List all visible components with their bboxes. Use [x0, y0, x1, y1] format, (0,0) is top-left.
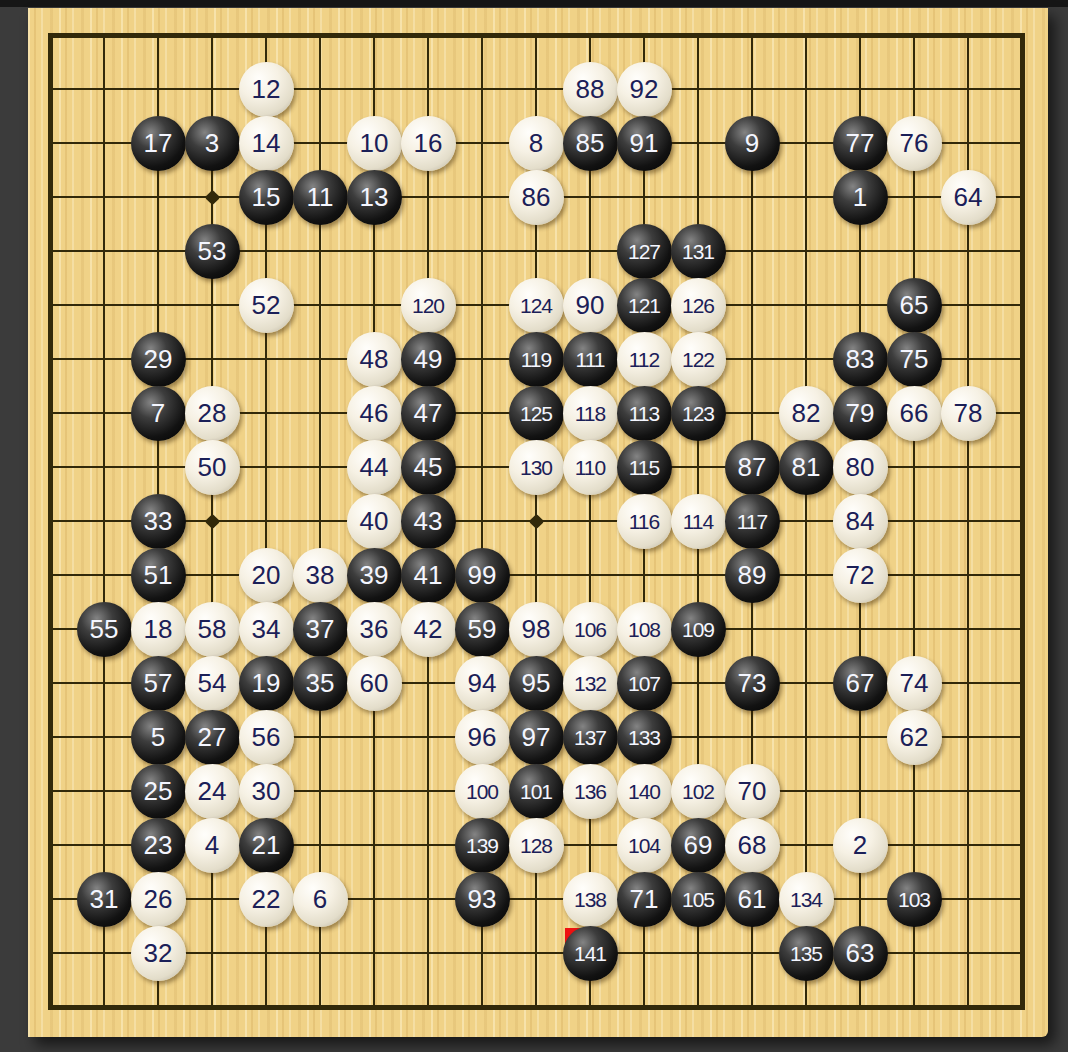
- move-number: 11: [307, 184, 334, 210]
- stone-p11[interactable]: 81: [779, 440, 834, 495]
- move-number: 65: [900, 292, 929, 318]
- move-number: 56: [252, 724, 281, 750]
- move-number: 16: [414, 130, 443, 156]
- stone-n14[interactable]: 126: [671, 278, 726, 333]
- stone-p2[interactable]: 135: [779, 926, 834, 981]
- move-number: 88: [576, 76, 605, 102]
- move-number: 8: [529, 130, 543, 156]
- move-number: 68: [738, 832, 767, 858]
- move-number: 108: [628, 619, 660, 640]
- stone-j5[interactable]: 100: [455, 764, 510, 819]
- move-number: 94: [468, 670, 497, 696]
- stone-q13[interactable]: 83: [833, 332, 888, 387]
- move-number: 57: [144, 670, 173, 696]
- move-number: 114: [683, 511, 713, 532]
- stone-d5[interactable]: 24: [185, 764, 240, 819]
- move-number: 41: [414, 562, 443, 588]
- move-number: 67: [846, 670, 875, 696]
- move-number: 95: [522, 670, 551, 696]
- move-number: 31: [90, 886, 119, 912]
- stone-m4[interactable]: 104: [617, 818, 672, 873]
- move-number: 52: [252, 292, 281, 318]
- move-number: 79: [846, 400, 875, 426]
- stone-g17[interactable]: 10: [347, 116, 402, 171]
- stone-f8[interactable]: 37: [293, 602, 348, 657]
- stone-h14[interactable]: 120: [401, 278, 456, 333]
- move-number: 34: [252, 616, 281, 642]
- stone-f3[interactable]: 6: [293, 872, 348, 927]
- move-number: 87: [738, 454, 767, 480]
- stone-l7[interactable]: 132: [563, 656, 618, 711]
- move-number: 30: [252, 778, 281, 804]
- stone-g16[interactable]: 13: [347, 170, 402, 225]
- move-number: 135: [790, 943, 822, 964]
- move-number: 12: [252, 76, 281, 102]
- move-number: 77: [846, 130, 875, 156]
- move-number: 6: [313, 886, 327, 912]
- move-number: 141: [574, 943, 606, 964]
- move-number: 78: [954, 400, 983, 426]
- stone-r13[interactable]: 75: [887, 332, 942, 387]
- stone-e14[interactable]: 52: [239, 278, 294, 333]
- stone-g9[interactable]: 39: [347, 548, 402, 603]
- stone-l12[interactable]: 118: [563, 386, 618, 441]
- move-number: 19: [252, 670, 281, 696]
- stone-n12[interactable]: 123: [671, 386, 726, 441]
- stone-c7[interactable]: 57: [131, 656, 186, 711]
- stone-j8[interactable]: 59: [455, 602, 510, 657]
- stone-m17[interactable]: 91: [617, 116, 672, 171]
- stone-e17[interactable]: 14: [239, 116, 294, 171]
- move-number: 24: [198, 778, 227, 804]
- stone-l3[interactable]: 138: [563, 872, 618, 927]
- move-number: 29: [144, 346, 173, 372]
- move-number: 63: [846, 940, 875, 966]
- move-number: 136: [574, 781, 606, 802]
- stone-f7[interactable]: 35: [293, 656, 348, 711]
- move-number: 99: [468, 562, 497, 588]
- stone-l5[interactable]: 136: [563, 764, 618, 819]
- move-number: 76: [900, 130, 929, 156]
- move-number: 96: [468, 724, 497, 750]
- stone-g7[interactable]: 60: [347, 656, 402, 711]
- stone-d12[interactable]: 28: [185, 386, 240, 441]
- stone-e7[interactable]: 19: [239, 656, 294, 711]
- move-number: 71: [630, 886, 659, 912]
- move-number: 47: [414, 400, 443, 426]
- move-number: 32: [144, 940, 173, 966]
- move-number: 126: [682, 295, 714, 316]
- move-number: 42: [414, 616, 443, 642]
- goban[interactable]: 1288921731410168859197776151113861645312…: [28, 8, 1048, 1037]
- stone-h13[interactable]: 49: [401, 332, 456, 387]
- stone-k7[interactable]: 95: [509, 656, 564, 711]
- move-number: 107: [628, 673, 660, 694]
- move-number: 64: [954, 184, 983, 210]
- move-number: 17: [144, 130, 173, 156]
- move-number: 58: [198, 616, 227, 642]
- move-number: 59: [468, 616, 497, 642]
- move-number: 37: [306, 616, 335, 642]
- move-number: 49: [414, 346, 443, 372]
- move-number: 15: [252, 184, 281, 210]
- move-number: 118: [575, 403, 605, 424]
- move-number: 1: [853, 184, 867, 210]
- move-number: 10: [360, 130, 389, 156]
- move-number: 2: [853, 832, 867, 858]
- stone-m8[interactable]: 108: [617, 602, 672, 657]
- move-number: 35: [306, 670, 335, 696]
- stone-d8[interactable]: 58: [185, 602, 240, 657]
- move-number: 104: [628, 835, 660, 856]
- move-number: 48: [360, 346, 389, 372]
- move-number: 43: [414, 508, 443, 534]
- move-number: 116: [629, 511, 659, 532]
- move-number: 23: [144, 832, 173, 858]
- move-number: 20: [252, 562, 281, 588]
- stone-g12[interactable]: 46: [347, 386, 402, 441]
- stone-k6[interactable]: 97: [509, 710, 564, 765]
- stone-m7[interactable]: 107: [617, 656, 672, 711]
- stone-e18[interactable]: 12: [239, 62, 294, 117]
- stone-n13[interactable]: 122: [671, 332, 726, 387]
- stone-k12[interactable]: 125: [509, 386, 564, 441]
- stone-k5[interactable]: 101: [509, 764, 564, 819]
- stone-d6[interactable]: 27: [185, 710, 240, 765]
- move-number: 72: [846, 562, 875, 588]
- stone-e8[interactable]: 34: [239, 602, 294, 657]
- stone-k14[interactable]: 124: [509, 278, 564, 333]
- move-number: 80: [846, 454, 875, 480]
- stone-n8[interactable]: 109: [671, 602, 726, 657]
- move-number: 102: [682, 781, 714, 802]
- stone-k17[interactable]: 8: [509, 116, 564, 171]
- move-number: 28: [198, 400, 227, 426]
- stone-o11[interactable]: 87: [725, 440, 780, 495]
- move-number: 62: [900, 724, 929, 750]
- move-number: 89: [738, 562, 767, 588]
- move-number: 91: [630, 130, 659, 156]
- stone-c13[interactable]: 29: [131, 332, 186, 387]
- stone-l13[interactable]: 111: [563, 332, 618, 387]
- move-number: 133: [628, 727, 660, 748]
- stone-c5[interactable]: 25: [131, 764, 186, 819]
- move-number: 92: [630, 76, 659, 102]
- move-number: 90: [576, 292, 605, 318]
- stone-d11[interactable]: 50: [185, 440, 240, 495]
- stone-j3[interactable]: 93: [455, 872, 510, 927]
- move-number: 36: [360, 616, 389, 642]
- stone-k4[interactable]: 128: [509, 818, 564, 873]
- stone-s12[interactable]: 78: [941, 386, 996, 441]
- move-number: 21: [252, 832, 281, 858]
- stone-j6[interactable]: 96: [455, 710, 510, 765]
- move-number: 39: [360, 562, 389, 588]
- move-number: 125: [520, 403, 552, 424]
- move-number: 45: [414, 454, 443, 480]
- stone-r7[interactable]: 74: [887, 656, 942, 711]
- move-number: 139: [466, 835, 498, 856]
- stone-q10[interactable]: 84: [833, 494, 888, 549]
- stone-d17[interactable]: 3: [185, 116, 240, 171]
- move-number: 121: [628, 295, 660, 316]
- move-number: 33: [144, 508, 173, 534]
- stone-n5[interactable]: 102: [671, 764, 726, 819]
- move-number: 138: [574, 889, 606, 910]
- move-number: 130: [520, 457, 552, 478]
- move-number: 86: [522, 184, 551, 210]
- move-number: 51: [144, 562, 173, 588]
- move-number: 93: [468, 886, 497, 912]
- stone-h17[interactable]: 16: [401, 116, 456, 171]
- move-number: 46: [360, 400, 389, 426]
- stone-g8[interactable]: 36: [347, 602, 402, 657]
- move-number: 22: [252, 886, 281, 912]
- stone-l2[interactable]: 141: [563, 926, 618, 981]
- move-number: 70: [738, 778, 767, 804]
- move-number: 81: [792, 454, 821, 480]
- move-number: 73: [738, 670, 767, 696]
- move-number: 137: [574, 727, 606, 748]
- stone-h10[interactable]: 43: [401, 494, 456, 549]
- move-number: 101: [520, 781, 552, 802]
- stone-m3[interactable]: 71: [617, 872, 672, 927]
- move-number: 82: [792, 400, 821, 426]
- stone-m5[interactable]: 140: [617, 764, 672, 819]
- move-number: 120: [412, 295, 444, 316]
- stone-o7[interactable]: 73: [725, 656, 780, 711]
- stone-e9[interactable]: 20: [239, 548, 294, 603]
- stone-k8[interactable]: 98: [509, 602, 564, 657]
- move-number: 113: [629, 403, 659, 424]
- move-number: 124: [520, 295, 552, 316]
- stone-f16[interactable]: 11: [293, 170, 348, 225]
- move-number: 112: [629, 349, 659, 370]
- move-number: 131: [682, 241, 714, 262]
- stone-r3[interactable]: 103: [887, 872, 942, 927]
- stone-f9[interactable]: 38: [293, 548, 348, 603]
- stone-p3[interactable]: 134: [779, 872, 834, 927]
- move-number: 50: [198, 454, 227, 480]
- move-number: 38: [306, 562, 335, 588]
- stone-h11[interactable]: 45: [401, 440, 456, 495]
- move-number: 54: [198, 670, 227, 696]
- stone-r14[interactable]: 65: [887, 278, 942, 333]
- stone-h9[interactable]: 41: [401, 548, 456, 603]
- move-number: 117: [737, 511, 767, 532]
- move-number: 97: [522, 724, 551, 750]
- move-number: 55: [90, 616, 119, 642]
- stone-l17[interactable]: 85: [563, 116, 618, 171]
- stone-l11[interactable]: 110: [563, 440, 618, 495]
- move-number: 44: [360, 454, 389, 480]
- stone-k11[interactable]: 130: [509, 440, 564, 495]
- stone-g10[interactable]: 40: [347, 494, 402, 549]
- move-number: 25: [144, 778, 173, 804]
- stone-g13[interactable]: 48: [347, 332, 402, 387]
- move-number: 119: [521, 349, 551, 370]
- move-number: 27: [198, 724, 227, 750]
- stone-e6[interactable]: 56: [239, 710, 294, 765]
- move-number: 74: [900, 670, 929, 696]
- move-number: 4: [205, 832, 219, 858]
- stone-e3[interactable]: 22: [239, 872, 294, 927]
- stone-r12[interactable]: 66: [887, 386, 942, 441]
- move-number: 13: [360, 184, 389, 210]
- stone-j4[interactable]: 139: [455, 818, 510, 873]
- move-number: 110: [575, 457, 605, 478]
- move-number: 128: [520, 835, 552, 856]
- move-number: 111: [576, 349, 605, 370]
- stone-c3[interactable]: 26: [131, 872, 186, 927]
- move-number: 127: [628, 241, 660, 262]
- move-number: 40: [360, 508, 389, 534]
- move-number: 7: [151, 400, 165, 426]
- stone-l14[interactable]: 90: [563, 278, 618, 333]
- move-number: 115: [629, 457, 659, 478]
- stone-q16[interactable]: 1: [833, 170, 888, 225]
- move-number: 105: [682, 889, 714, 910]
- stone-m10[interactable]: 116: [617, 494, 672, 549]
- stone-g11[interactable]: 44: [347, 440, 402, 495]
- move-number: 98: [522, 616, 551, 642]
- stone-c9[interactable]: 51: [131, 548, 186, 603]
- stone-s16[interactable]: 64: [941, 170, 996, 225]
- stone-m6[interactable]: 133: [617, 710, 672, 765]
- move-number: 53: [198, 238, 227, 264]
- stone-m15[interactable]: 127: [617, 224, 672, 279]
- stone-q2[interactable]: 63: [833, 926, 888, 981]
- move-number: 69: [684, 832, 713, 858]
- stone-d7[interactable]: 54: [185, 656, 240, 711]
- stone-m12[interactable]: 113: [617, 386, 672, 441]
- move-number: 109: [682, 619, 714, 640]
- stone-q9[interactable]: 72: [833, 548, 888, 603]
- stone-c6[interactable]: 5: [131, 710, 186, 765]
- stone-h12[interactable]: 47: [401, 386, 456, 441]
- stone-c8[interactable]: 18: [131, 602, 186, 657]
- stone-o5[interactable]: 70: [725, 764, 780, 819]
- move-number: 122: [682, 349, 714, 370]
- stone-n4[interactable]: 69: [671, 818, 726, 873]
- stone-o17[interactable]: 9: [725, 116, 780, 171]
- stone-d4[interactable]: 4: [185, 818, 240, 873]
- stone-d15[interactable]: 53: [185, 224, 240, 279]
- move-number: 106: [574, 619, 606, 640]
- stone-c10[interactable]: 33: [131, 494, 186, 549]
- stone-o4[interactable]: 68: [725, 818, 780, 873]
- stone-n10[interactable]: 114: [671, 494, 726, 549]
- stone-n3[interactable]: 105: [671, 872, 726, 927]
- move-number: 14: [252, 130, 281, 156]
- stone-q17[interactable]: 77: [833, 116, 888, 171]
- move-number: 140: [628, 781, 660, 802]
- move-number: 83: [846, 346, 875, 372]
- stone-b3[interactable]: 31: [77, 872, 132, 927]
- stone-k16[interactable]: 86: [509, 170, 564, 225]
- stone-r17[interactable]: 76: [887, 116, 942, 171]
- stone-m13[interactable]: 112: [617, 332, 672, 387]
- stone-q7[interactable]: 67: [833, 656, 888, 711]
- move-number: 5: [151, 724, 165, 750]
- move-number: 84: [846, 508, 875, 534]
- window-top-edge: [0, 0, 1068, 7]
- stone-o9[interactable]: 89: [725, 548, 780, 603]
- move-number: 26: [144, 886, 173, 912]
- move-number: 103: [898, 889, 930, 910]
- stone-b8[interactable]: 55: [77, 602, 132, 657]
- stone-c2[interactable]: 32: [131, 926, 186, 981]
- move-number: 66: [900, 400, 929, 426]
- move-number: 85: [576, 130, 605, 156]
- stone-c4[interactable]: 23: [131, 818, 186, 873]
- go-diagram-viewer: 1288921731410168859197776151113861645312…: [0, 0, 1068, 1052]
- stone-m11[interactable]: 115: [617, 440, 672, 495]
- stone-h8[interactable]: 42: [401, 602, 456, 657]
- move-number: 60: [360, 670, 389, 696]
- stone-n15[interactable]: 131: [671, 224, 726, 279]
- move-number: 61: [738, 886, 767, 912]
- stone-j7[interactable]: 94: [455, 656, 510, 711]
- move-number: 134: [790, 889, 822, 910]
- stone-e4[interactable]: 21: [239, 818, 294, 873]
- stone-p12[interactable]: 82: [779, 386, 834, 441]
- move-number: 132: [574, 673, 606, 694]
- stone-c17[interactable]: 17: [131, 116, 186, 171]
- move-number: 9: [745, 130, 759, 156]
- stone-l6[interactable]: 137: [563, 710, 618, 765]
- move-number: 3: [205, 130, 219, 156]
- stone-l18[interactable]: 88: [563, 62, 618, 117]
- move-number: 18: [144, 616, 173, 642]
- stone-q11[interactable]: 80: [833, 440, 888, 495]
- stone-l8[interactable]: 106: [563, 602, 618, 657]
- stone-c12[interactable]: 7: [131, 386, 186, 441]
- move-number: 123: [682, 403, 714, 424]
- stone-e5[interactable]: 30: [239, 764, 294, 819]
- stone-m18[interactable]: 92: [617, 62, 672, 117]
- stone-q12[interactable]: 79: [833, 386, 888, 441]
- stone-o3[interactable]: 61: [725, 872, 780, 927]
- stone-r6[interactable]: 62: [887, 710, 942, 765]
- move-number: 100: [466, 781, 498, 802]
- stone-q4[interactable]: 2: [833, 818, 888, 873]
- stone-e16[interactable]: 15: [239, 170, 294, 225]
- stone-o10[interactable]: 117: [725, 494, 780, 549]
- stone-k13[interactable]: 119: [509, 332, 564, 387]
- stone-m14[interactable]: 121: [617, 278, 672, 333]
- move-number: 75: [900, 346, 929, 372]
- stone-j9[interactable]: 99: [455, 548, 510, 603]
